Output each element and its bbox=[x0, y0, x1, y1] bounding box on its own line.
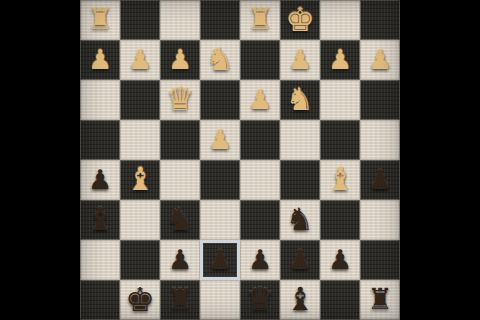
square-a6[interactable] bbox=[360, 200, 400, 240]
square-a8[interactable]: ♜ bbox=[360, 280, 400, 320]
piece-white-pawn[interactable]: ♟ bbox=[88, 46, 112, 73]
square-f3[interactable]: ♛ bbox=[160, 80, 200, 120]
piece-black-knight[interactable]: ♞ bbox=[286, 204, 314, 235]
square-c3[interactable]: ♞ bbox=[280, 80, 320, 120]
square-d3[interactable]: ♟ bbox=[240, 80, 280, 120]
square-e8[interactable] bbox=[200, 280, 240, 320]
square-e1[interactable] bbox=[200, 0, 240, 40]
square-b8[interactable] bbox=[320, 280, 360, 320]
piece-black-rook[interactable]: ♜ bbox=[167, 285, 193, 314]
piece-black-pawn[interactable]: ♟ bbox=[248, 246, 272, 273]
square-a1[interactable] bbox=[360, 0, 400, 40]
square-g5[interactable]: ♝ bbox=[120, 160, 160, 200]
square-h1[interactable]: ♜ bbox=[80, 0, 120, 40]
piece-white-knight[interactable]: ♞ bbox=[206, 44, 234, 75]
app-screen: ♜♜♚♟♟♟♞♟♟♟♛♟♞♟♟♝♝♟♝♞♞♟♟♟♟♟♚♜♛♝♜ bbox=[0, 0, 480, 320]
square-a7[interactable] bbox=[360, 240, 400, 280]
square-c6[interactable]: ♞ bbox=[280, 200, 320, 240]
piece-black-king[interactable]: ♚ bbox=[125, 283, 155, 316]
piece-white-pawn[interactable]: ♟ bbox=[368, 46, 392, 73]
piece-white-pawn[interactable]: ♟ bbox=[208, 126, 232, 153]
square-d5[interactable] bbox=[240, 160, 280, 200]
piece-white-bishop[interactable]: ♝ bbox=[326, 163, 355, 195]
square-e5[interactable] bbox=[200, 160, 240, 200]
square-b3[interactable] bbox=[320, 80, 360, 120]
square-e3[interactable] bbox=[200, 80, 240, 120]
square-b4[interactable] bbox=[320, 120, 360, 160]
piece-black-pawn[interactable]: ♟ bbox=[88, 166, 112, 193]
square-d6[interactable] bbox=[240, 200, 280, 240]
piece-white-pawn[interactable]: ♟ bbox=[248, 86, 272, 113]
square-g8[interactable]: ♚ bbox=[120, 280, 160, 320]
piece-white-pawn[interactable]: ♟ bbox=[328, 46, 352, 73]
square-f7[interactable]: ♟ bbox=[160, 240, 200, 280]
square-h2[interactable]: ♟ bbox=[80, 40, 120, 80]
piece-white-bishop[interactable]: ♝ bbox=[126, 163, 155, 195]
piece-black-bishop[interactable]: ♝ bbox=[286, 283, 315, 315]
piece-white-rook[interactable]: ♜ bbox=[247, 5, 273, 34]
square-e6[interactable] bbox=[200, 200, 240, 240]
square-b2[interactable]: ♟ bbox=[320, 40, 360, 80]
square-g7[interactable] bbox=[120, 240, 160, 280]
square-d7[interactable]: ♟ bbox=[240, 240, 280, 280]
square-h7[interactable] bbox=[80, 240, 120, 280]
square-a3[interactable] bbox=[360, 80, 400, 120]
square-c5[interactable] bbox=[280, 160, 320, 200]
piece-white-pawn[interactable]: ♟ bbox=[128, 46, 152, 73]
square-c7[interactable]: ♟ bbox=[280, 240, 320, 280]
piece-black-pawn[interactable]: ♟ bbox=[208, 246, 232, 273]
square-a4[interactable] bbox=[360, 120, 400, 160]
square-f6[interactable]: ♞ bbox=[160, 200, 200, 240]
piece-white-rook[interactable]: ♜ bbox=[87, 5, 113, 34]
square-b1[interactable] bbox=[320, 0, 360, 40]
square-d4[interactable] bbox=[240, 120, 280, 160]
piece-white-pawn[interactable]: ♟ bbox=[168, 46, 192, 73]
piece-black-queen[interactable]: ♛ bbox=[246, 283, 275, 315]
square-e4[interactable]: ♟ bbox=[200, 120, 240, 160]
square-a5[interactable]: ♟ bbox=[360, 160, 400, 200]
square-f1[interactable] bbox=[160, 0, 200, 40]
square-d8[interactable]: ♛ bbox=[240, 280, 280, 320]
square-g6[interactable] bbox=[120, 200, 160, 240]
piece-white-pawn[interactable]: ♟ bbox=[288, 46, 312, 73]
piece-black-rook[interactable]: ♜ bbox=[367, 285, 393, 314]
square-h4[interactable] bbox=[80, 120, 120, 160]
square-g4[interactable] bbox=[120, 120, 160, 160]
square-c2[interactable]: ♟ bbox=[280, 40, 320, 80]
square-b5[interactable]: ♝ bbox=[320, 160, 360, 200]
square-g2[interactable]: ♟ bbox=[120, 40, 160, 80]
piece-black-pawn[interactable]: ♟ bbox=[368, 166, 392, 193]
square-h3[interactable] bbox=[80, 80, 120, 120]
square-h6[interactable]: ♝ bbox=[80, 200, 120, 240]
square-b6[interactable] bbox=[320, 200, 360, 240]
square-d1[interactable]: ♜ bbox=[240, 0, 280, 40]
piece-black-pawn[interactable]: ♟ bbox=[328, 246, 352, 273]
piece-white-knight[interactable]: ♞ bbox=[286, 84, 314, 115]
square-e7[interactable]: ♟ bbox=[200, 240, 240, 280]
square-c8[interactable]: ♝ bbox=[280, 280, 320, 320]
chess-board: ♜♜♚♟♟♟♞♟♟♟♛♟♞♟♟♝♝♟♝♞♞♟♟♟♟♟♚♜♛♝♜ bbox=[80, 0, 400, 320]
piece-black-pawn[interactable]: ♟ bbox=[288, 246, 312, 273]
square-f2[interactable]: ♟ bbox=[160, 40, 200, 80]
square-d2[interactable] bbox=[240, 40, 280, 80]
square-f5[interactable] bbox=[160, 160, 200, 200]
piece-black-knight[interactable]: ♞ bbox=[166, 204, 194, 235]
square-b7[interactable]: ♟ bbox=[320, 240, 360, 280]
square-c4[interactable] bbox=[280, 120, 320, 160]
piece-white-queen[interactable]: ♛ bbox=[166, 83, 195, 115]
square-h5[interactable]: ♟ bbox=[80, 160, 120, 200]
piece-black-bishop[interactable]: ♝ bbox=[86, 203, 115, 235]
square-c1[interactable]: ♚ bbox=[280, 0, 320, 40]
square-a2[interactable]: ♟ bbox=[360, 40, 400, 80]
square-f8[interactable]: ♜ bbox=[160, 280, 200, 320]
square-f4[interactable] bbox=[160, 120, 200, 160]
square-h8[interactable] bbox=[80, 280, 120, 320]
piece-white-king[interactable]: ♚ bbox=[285, 3, 315, 36]
square-g1[interactable] bbox=[120, 0, 160, 40]
piece-black-pawn[interactable]: ♟ bbox=[168, 246, 192, 273]
square-g3[interactable] bbox=[120, 80, 160, 120]
square-e2[interactable]: ♞ bbox=[200, 40, 240, 80]
